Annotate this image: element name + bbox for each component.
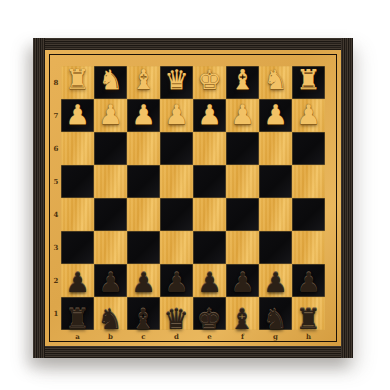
square-f2[interactable]: ♟ xyxy=(226,264,259,297)
white-pawn-e7[interactable]: ♟ xyxy=(197,101,221,128)
square-h1[interactable]: ♜ xyxy=(292,297,325,330)
square-c1[interactable]: ♝ xyxy=(127,297,160,330)
square-e4[interactable] xyxy=(193,198,226,231)
square-e1[interactable]: ♚ xyxy=(193,297,226,330)
rank-label-4: 4 xyxy=(52,198,60,231)
black-pawn-g2[interactable]: ♟ xyxy=(263,269,287,296)
square-g6[interactable] xyxy=(259,132,292,165)
white-bishop-c8[interactable]: ♝ xyxy=(131,66,155,93)
square-h8[interactable]: ♜ xyxy=(292,66,325,99)
rank-label-8: 8 xyxy=(52,66,60,99)
square-f4[interactable] xyxy=(226,198,259,231)
square-d8[interactable]: ♛ xyxy=(160,66,193,99)
square-a8[interactable]: ♜ xyxy=(61,66,94,99)
square-e2[interactable]: ♟ xyxy=(193,264,226,297)
square-g2[interactable]: ♟ xyxy=(259,264,292,297)
white-pawn-d7[interactable]: ♟ xyxy=(164,101,188,128)
square-a6[interactable] xyxy=(61,132,94,165)
square-c7[interactable]: ♟ xyxy=(127,99,160,132)
square-f7[interactable]: ♟ xyxy=(226,99,259,132)
square-e6[interactable] xyxy=(193,132,226,165)
rank-label-1: 1 xyxy=(52,297,60,330)
black-rook-a1[interactable]: ♜ xyxy=(65,305,90,333)
square-g3[interactable] xyxy=(259,231,292,264)
square-b1[interactable]: ♞ xyxy=(94,297,127,330)
square-b4[interactable] xyxy=(94,198,127,231)
rank-label-5: 5 xyxy=(52,165,60,198)
white-queen-d8[interactable]: ♛ xyxy=(164,66,188,93)
square-e5[interactable] xyxy=(193,165,226,198)
square-c2[interactable]: ♟ xyxy=(127,264,160,297)
square-d5[interactable] xyxy=(160,165,193,198)
square-c4[interactable] xyxy=(127,198,160,231)
white-pawn-f7[interactable]: ♟ xyxy=(230,101,254,128)
chess-board[interactable]: ♜♞♝♛♚♝♞♜♟♟♟♟♟♟♟♟♟♟♟♟♟♟♟♟♜♞♝♛♚♝♞♜ xyxy=(61,66,325,330)
rank-label-2: 2 xyxy=(52,264,60,297)
square-h5[interactable] xyxy=(292,165,325,198)
black-bishop-c1[interactable]: ♝ xyxy=(131,305,156,333)
square-d4[interactable] xyxy=(160,198,193,231)
white-pawn-h7[interactable]: ♟ xyxy=(296,101,320,128)
white-pawn-b7[interactable]: ♟ xyxy=(98,101,122,128)
square-g4[interactable] xyxy=(259,198,292,231)
square-f1[interactable]: ♝ xyxy=(226,297,259,330)
square-d2[interactable]: ♟ xyxy=(160,264,193,297)
square-h2[interactable]: ♟ xyxy=(292,264,325,297)
square-f5[interactable] xyxy=(226,165,259,198)
white-bishop-f8[interactable]: ♝ xyxy=(230,66,254,93)
square-f3[interactable] xyxy=(226,231,259,264)
rank-label-3: 3 xyxy=(52,231,60,264)
square-a1[interactable]: ♜ xyxy=(61,297,94,330)
board-mat-border: 87654321 abcdefgh ♜♞♝♛♚♝♞♜♟♟♟♟♟♟♟♟♟♟♟♟♟♟… xyxy=(45,50,341,346)
square-g8[interactable]: ♞ xyxy=(259,66,292,99)
white-rook-h8[interactable]: ♜ xyxy=(296,66,320,93)
rank-label-7: 7 xyxy=(52,99,60,132)
square-b8[interactable]: ♞ xyxy=(94,66,127,99)
square-f6[interactable] xyxy=(226,132,259,165)
square-e8[interactable]: ♚ xyxy=(193,66,226,99)
square-c5[interactable] xyxy=(127,165,160,198)
square-c3[interactable] xyxy=(127,231,160,264)
white-rook-a8[interactable]: ♜ xyxy=(65,66,89,93)
black-pawn-a2[interactable]: ♟ xyxy=(65,269,89,296)
board-frame: 87654321 abcdefgh ♜♞♝♛♚♝♞♜♟♟♟♟♟♟♟♟♟♟♟♟♟♟… xyxy=(33,38,353,358)
square-g5[interactable] xyxy=(259,165,292,198)
white-knight-b8[interactable]: ♞ xyxy=(98,66,122,93)
black-pawn-e2[interactable]: ♟ xyxy=(197,269,221,296)
square-a5[interactable] xyxy=(61,165,94,198)
square-a2[interactable]: ♟ xyxy=(61,264,94,297)
white-king-e8[interactable]: ♚ xyxy=(197,66,221,93)
square-e3[interactable] xyxy=(193,231,226,264)
square-d1[interactable]: ♛ xyxy=(160,297,193,330)
board-area: 87654321 abcdefgh ♜♞♝♛♚♝♞♜♟♟♟♟♟♟♟♟♟♟♟♟♟♟… xyxy=(61,66,325,330)
square-e7[interactable]: ♟ xyxy=(193,99,226,132)
square-g7[interactable]: ♟ xyxy=(259,99,292,132)
black-knight-b1[interactable]: ♞ xyxy=(98,305,123,333)
black-knight-g1[interactable]: ♞ xyxy=(263,305,288,333)
black-pawn-c2[interactable]: ♟ xyxy=(131,269,155,296)
black-rook-h1[interactable]: ♜ xyxy=(296,305,321,333)
square-b2[interactable]: ♟ xyxy=(94,264,127,297)
chess-board-photo: 87654321 abcdefgh ♜♞♝♛♚♝♞♜♟♟♟♟♟♟♟♟♟♟♟♟♟♟… xyxy=(0,0,390,390)
square-h4[interactable] xyxy=(292,198,325,231)
square-b6[interactable] xyxy=(94,132,127,165)
square-f8[interactable]: ♝ xyxy=(226,66,259,99)
white-pawn-a7[interactable]: ♟ xyxy=(65,101,89,128)
black-pawn-b2[interactable]: ♟ xyxy=(98,269,122,296)
square-d7[interactable]: ♟ xyxy=(160,99,193,132)
square-a3[interactable] xyxy=(61,231,94,264)
black-king-e1[interactable]: ♚ xyxy=(197,305,222,333)
square-b5[interactable] xyxy=(94,165,127,198)
square-h7[interactable]: ♟ xyxy=(292,99,325,132)
white-knight-g8[interactable]: ♞ xyxy=(263,66,287,93)
rank-labels: 87654321 xyxy=(52,66,60,330)
square-d3[interactable] xyxy=(160,231,193,264)
black-pawn-d2[interactable]: ♟ xyxy=(164,269,188,296)
black-bishop-f1[interactable]: ♝ xyxy=(230,305,255,333)
square-b3[interactable] xyxy=(94,231,127,264)
white-pawn-c7[interactable]: ♟ xyxy=(131,101,155,128)
square-c8[interactable]: ♝ xyxy=(127,66,160,99)
square-h3[interactable] xyxy=(292,231,325,264)
square-d6[interactable] xyxy=(160,132,193,165)
square-c6[interactable] xyxy=(127,132,160,165)
square-g1[interactable]: ♞ xyxy=(259,297,292,330)
square-h6[interactable] xyxy=(292,132,325,165)
rank-label-6: 6 xyxy=(52,132,60,165)
square-a4[interactable] xyxy=(61,198,94,231)
pinstripe-border: 87654321 abcdefgh ♜♞♝♛♚♝♞♜♟♟♟♟♟♟♟♟♟♟♟♟♟♟… xyxy=(49,54,337,342)
square-b7[interactable]: ♟ xyxy=(94,99,127,132)
black-pawn-h2[interactable]: ♟ xyxy=(296,269,320,296)
white-pawn-g7[interactable]: ♟ xyxy=(263,101,287,128)
black-pawn-f2[interactable]: ♟ xyxy=(230,269,254,296)
square-a7[interactable]: ♟ xyxy=(61,99,94,132)
black-queen-d1[interactable]: ♛ xyxy=(164,305,189,333)
